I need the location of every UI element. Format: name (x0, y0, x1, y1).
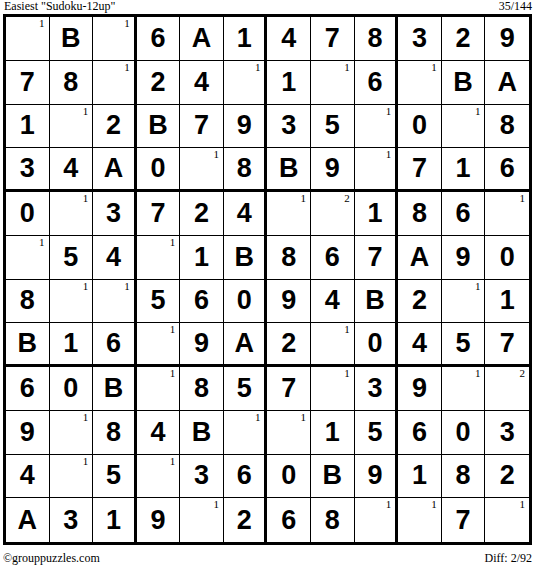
cell-r9c1[interactable]: 6 (6, 367, 50, 411)
cell-r7c3[interactable]: 1 (93, 280, 137, 324)
pencil-mark: 1 (519, 193, 525, 204)
cell-r10c6[interactable]: 1 (224, 411, 268, 455)
cell-r5c8[interactable]: 2 (311, 192, 355, 236)
pencil-mark: 1 (255, 62, 261, 73)
given-value: 2 (281, 330, 296, 357)
pencil-mark: 1 (301, 412, 307, 423)
cell-r10c5[interactable]: B (180, 411, 224, 455)
given-value: 6 (412, 419, 427, 446)
given-value: B (279, 155, 299, 182)
cell-r11c12[interactable]: 2 (485, 455, 529, 499)
cell-r1c3[interactable]: 1 (93, 17, 137, 61)
given-value: 8 (63, 69, 78, 96)
cell-r9c6[interactable]: 5 (224, 367, 268, 411)
cell-r3c8[interactable]: 5 (311, 105, 355, 149)
given-value: 4 (63, 155, 78, 182)
given-value: 9 (194, 330, 209, 357)
given-value: 6 (500, 155, 515, 182)
cell-r9c4[interactable]: 1 (137, 367, 181, 411)
given-value: 5 (456, 330, 471, 357)
given-value: B (234, 244, 254, 271)
cell-r6c10[interactable]: A (398, 236, 442, 280)
given-value: 2 (500, 462, 515, 489)
pencil-mark: 1 (83, 412, 89, 423)
given-value: A (192, 25, 212, 52)
cell-r1c6[interactable]: 1 (224, 17, 268, 61)
cell-r4c8[interactable]: 9 (311, 148, 355, 192)
cell-r9c7[interactable]: 7 (267, 367, 311, 411)
cell-r12c12[interactable]: 1 (485, 498, 529, 542)
cell-r8c2[interactable]: 1 (50, 323, 94, 367)
cell-r5c9[interactable]: 1 (355, 192, 399, 236)
given-value: 7 (151, 200, 166, 227)
given-value: 1 (456, 155, 471, 182)
given-value: 0 (151, 155, 166, 182)
pencil-mark: 1 (124, 62, 130, 73)
given-value: 5 (151, 287, 166, 314)
pencil-mark: 1 (386, 499, 392, 510)
given-value: 1 (367, 200, 382, 227)
cell-r11c10[interactable]: 1 (398, 455, 442, 499)
cell-r3c10[interactable]: 0 (398, 105, 442, 149)
cell-r1c12[interactable]: 9 (485, 17, 529, 61)
given-value: 9 (151, 507, 166, 534)
given-value: 6 (237, 462, 252, 489)
cell-r3c1[interactable]: 1 (6, 105, 50, 149)
pencil-mark: 2 (519, 368, 525, 379)
given-value: 0 (500, 244, 515, 271)
cell-r8c6[interactable]: A (224, 323, 268, 367)
cell-r3c2[interactable]: 1 (50, 105, 94, 149)
cell-r12c9[interactable]: 1 (355, 498, 399, 542)
cell-r11c6[interactable]: 6 (224, 455, 268, 499)
cell-r11c2[interactable]: 1 (50, 455, 94, 499)
given-value: 9 (367, 462, 382, 489)
cell-r5c11[interactable]: 6 (442, 192, 486, 236)
given-value: 0 (412, 112, 427, 139)
pencil-mark: 1 (301, 193, 307, 204)
given-value: 5 (367, 419, 382, 446)
given-value: 7 (367, 244, 382, 271)
given-value: B (148, 112, 168, 139)
cell-r8c4[interactable]: 1 (137, 323, 181, 367)
cell-r11c9[interactable]: 9 (355, 455, 399, 499)
cell-r1c2[interactable]: B (50, 17, 94, 61)
cell-r1c9[interactable]: 8 (355, 17, 399, 61)
pencil-mark: 1 (475, 281, 481, 292)
given-value: 6 (194, 287, 209, 314)
cell-r2c5[interactable]: 4 (180, 61, 224, 105)
pencil-mark: 1 (431, 62, 437, 73)
pencil-mark: 1 (344, 62, 350, 73)
pencil-mark: 1 (83, 106, 89, 117)
given-value: 1 (281, 69, 296, 96)
given-value: 3 (194, 462, 209, 489)
given-value: 7 (456, 507, 471, 534)
cell-r2c10[interactable]: 1 (398, 61, 442, 105)
given-value: 1 (63, 330, 78, 357)
cell-r2c9[interactable]: 6 (355, 61, 399, 105)
cell-r4c12[interactable]: 6 (485, 148, 529, 192)
cell-r8c8[interactable]: 1 (311, 323, 355, 367)
given-value: 1 (20, 112, 35, 139)
given-value: 7 (325, 25, 340, 52)
puzzle-counter: 35/144 (499, 0, 532, 14)
given-value: 6 (325, 244, 340, 271)
cell-r2c7[interactable]: 1 (267, 61, 311, 105)
cell-r2c6[interactable]: 1 (224, 61, 268, 105)
cell-r3c3[interactable]: 2 (93, 105, 137, 149)
cell-r11c7[interactable]: 0 (267, 455, 311, 499)
cell-r5c3[interactable]: 3 (93, 192, 137, 236)
given-value: A (104, 155, 124, 182)
given-value: 6 (106, 330, 121, 357)
given-value: 3 (367, 375, 382, 402)
given-value: 6 (281, 507, 296, 534)
cell-r2c8[interactable]: 1 (311, 61, 355, 105)
given-value: 6 (367, 69, 382, 96)
cell-r1c11[interactable]: 2 (442, 17, 486, 61)
cell-r4c10[interactable]: 7 (398, 148, 442, 192)
given-value: 3 (20, 155, 35, 182)
cell-r8c3[interactable]: 6 (93, 323, 137, 367)
pencil-mark: 1 (170, 368, 176, 379)
given-value: 9 (456, 244, 471, 271)
cell-r5c1[interactable]: 0 (6, 192, 50, 236)
pencil-mark: 1 (124, 18, 130, 29)
cell-r6c4[interactable]: 1 (137, 236, 181, 280)
cell-r3c12[interactable]: 8 (485, 105, 529, 149)
given-value: 6 (456, 200, 471, 227)
cell-r5c7[interactable]: 1 (267, 192, 311, 236)
given-value: 3 (281, 112, 296, 139)
cell-r7c10[interactable]: 2 (398, 280, 442, 324)
cell-r7c6[interactable]: 0 (224, 280, 268, 324)
cell-r9c8[interactable]: 1 (311, 367, 355, 411)
cell-r4c4[interactable]: 0 (137, 148, 181, 192)
cell-r8c12[interactable]: 7 (485, 323, 529, 367)
given-value: 4 (281, 25, 296, 52)
cell-r10c1[interactable]: 9 (6, 411, 50, 455)
cell-r6c1[interactable]: 1 (6, 236, 50, 280)
cell-r12c10[interactable]: 1 (398, 498, 442, 542)
cell-r7c12[interactable]: 1 (485, 280, 529, 324)
cell-r10c10[interactable]: 6 (398, 411, 442, 455)
cell-r2c3[interactable]: 1 (93, 61, 137, 105)
cell-r12c4[interactable]: 9 (137, 498, 181, 542)
cell-r12c7[interactable]: 6 (267, 498, 311, 542)
given-value: 1 (325, 419, 340, 446)
given-value: 1 (106, 507, 121, 534)
cell-r6c7[interactable]: 8 (267, 236, 311, 280)
given-value: 3 (63, 507, 78, 534)
cell-r7c2[interactable]: 1 (50, 280, 94, 324)
pencil-mark: 1 (255, 412, 261, 423)
cell-r6c3[interactable]: 4 (93, 236, 137, 280)
cell-r9c5[interactable]: 8 (180, 367, 224, 411)
pencil-mark: 1 (431, 499, 437, 510)
given-value: 6 (20, 375, 35, 402)
cell-r10c8[interactable]: 1 (311, 411, 355, 455)
given-value: 8 (500, 112, 515, 139)
given-value: 0 (237, 287, 252, 314)
cell-r8c5[interactable]: 9 (180, 323, 224, 367)
pencil-mark: 1 (83, 281, 89, 292)
given-value: 9 (237, 112, 252, 139)
given-value: 1 (412, 462, 427, 489)
pencil-mark: 1 (39, 18, 45, 29)
cell-r7c8[interactable]: 4 (311, 280, 355, 324)
pencil-mark: 1 (386, 106, 392, 117)
cell-r4c6[interactable]: 8 (224, 148, 268, 192)
cell-r11c4[interactable]: 1 (137, 455, 181, 499)
given-value: 7 (281, 375, 296, 402)
cell-r7c4[interactable]: 5 (137, 280, 181, 324)
given-value: 7 (20, 69, 35, 96)
cell-r11c3[interactable]: 5 (93, 455, 137, 499)
cell-r3c11[interactable]: 1 (442, 105, 486, 149)
cell-r2c4[interactable]: 2 (137, 61, 181, 105)
cell-r12c8[interactable]: 8 (311, 498, 355, 542)
given-value: 0 (367, 330, 382, 357)
given-value: 9 (500, 25, 515, 52)
cell-r5c10[interactable]: 8 (398, 192, 442, 236)
cell-r1c7[interactable]: 4 (267, 17, 311, 61)
given-value: 4 (151, 419, 166, 446)
cell-r8c7[interactable]: 2 (267, 323, 311, 367)
given-value: 8 (281, 244, 296, 271)
cell-r7c5[interactable]: 6 (180, 280, 224, 324)
cell-r4c5[interactable]: 1 (180, 148, 224, 192)
given-value: 8 (20, 287, 35, 314)
cell-r4c9[interactable]: 1 (355, 148, 399, 192)
cell-r2c11[interactable]: B (442, 61, 486, 105)
given-value: B (61, 25, 81, 52)
given-value: 4 (20, 462, 35, 489)
pencil-mark: 1 (170, 324, 176, 335)
cell-r11c1[interactable]: 4 (6, 455, 50, 499)
cell-r3c6[interactable]: 9 (224, 105, 268, 149)
cell-r6c2[interactable]: 5 (50, 236, 94, 280)
given-value: 5 (106, 462, 121, 489)
given-value: 9 (281, 287, 296, 314)
cell-r10c2[interactable]: 1 (50, 411, 94, 455)
given-value: B (192, 419, 212, 446)
cell-r4c11[interactable]: 1 (442, 148, 486, 192)
cell-r11c8[interactable]: B (311, 455, 355, 499)
cell-r10c7[interactable]: 1 (267, 411, 311, 455)
cell-r5c6[interactable]: 4 (224, 192, 268, 236)
given-value: 4 (106, 244, 121, 271)
cell-r5c12[interactable]: 1 (485, 192, 529, 236)
given-value: 7 (500, 330, 515, 357)
pencil-mark: 1 (344, 368, 350, 379)
given-value: 9 (412, 375, 427, 402)
given-value: 2 (237, 507, 252, 534)
cell-r9c2[interactable]: 0 (50, 367, 94, 411)
given-value: 8 (325, 507, 340, 534)
given-value: A (234, 330, 254, 357)
given-value: 4 (194, 69, 209, 96)
given-value: 8 (456, 462, 471, 489)
given-value: B (104, 375, 124, 402)
cell-r4c3[interactable]: A (93, 148, 137, 192)
given-value: A (18, 507, 38, 534)
cell-r9c9[interactable]: 3 (355, 367, 399, 411)
pencil-mark: 1 (170, 456, 176, 467)
cell-r11c5[interactable]: 3 (180, 455, 224, 499)
cell-r2c12[interactable]: A (485, 61, 529, 105)
copyright: ©grouppuzzles.com (3, 551, 100, 566)
cell-r6c8[interactable]: 6 (311, 236, 355, 280)
cell-r1c5[interactable]: A (180, 17, 224, 61)
sudoku-grid: 1B16A14783297812411161BA112B7935101834A0… (3, 14, 532, 545)
pencil-mark: 1 (475, 368, 481, 379)
cell-r10c9[interactable]: 5 (355, 411, 399, 455)
cell-r7c9[interactable]: B (355, 280, 399, 324)
cell-r7c7[interactable]: 9 (267, 280, 311, 324)
cell-r3c4[interactable]: B (137, 105, 181, 149)
given-value: 3 (106, 200, 121, 227)
given-value: 5 (237, 375, 252, 402)
given-value: 2 (412, 287, 427, 314)
given-value: 5 (63, 244, 78, 271)
given-value: 8 (367, 25, 382, 52)
pencil-mark: 1 (39, 237, 45, 248)
given-value: B (323, 462, 343, 489)
pencil-mark: 1 (83, 193, 89, 204)
cell-r4c7[interactable]: B (267, 148, 311, 192)
cell-r3c7[interactable]: 3 (267, 105, 311, 149)
pencil-mark: 1 (475, 106, 481, 117)
given-value: 8 (106, 419, 121, 446)
given-value: 8 (194, 375, 209, 402)
cell-r8c11[interactable]: 5 (442, 323, 486, 367)
given-value: 2 (456, 25, 471, 52)
given-value: 4 (325, 287, 340, 314)
given-value: 2 (194, 200, 209, 227)
given-value: 9 (325, 155, 340, 182)
pencil-mark: 1 (213, 499, 219, 510)
pencil-mark: 1 (170, 237, 176, 248)
given-value: 4 (412, 330, 427, 357)
given-value: 1 (500, 287, 515, 314)
given-value: B (18, 330, 38, 357)
pencil-mark: 1 (519, 499, 525, 510)
cell-r12c11[interactable]: 7 (442, 498, 486, 542)
cell-r5c4[interactable]: 7 (137, 192, 181, 236)
pencil-mark: 2 (344, 193, 350, 204)
given-value: 2 (151, 69, 166, 96)
cell-r10c11[interactable]: 0 (442, 411, 486, 455)
pencil-mark: 1 (213, 149, 219, 160)
cell-r1c1[interactable]: 1 (6, 17, 50, 61)
cell-r5c2[interactable]: 1 (50, 192, 94, 236)
cell-r8c1[interactable]: B (6, 323, 50, 367)
pencil-mark: 1 (83, 456, 89, 467)
given-value: A (410, 244, 430, 271)
cell-r6c5[interactable]: 1 (180, 236, 224, 280)
cell-r12c1[interactable]: A (6, 498, 50, 542)
cell-r12c3[interactable]: 1 (93, 498, 137, 542)
cell-r4c2[interactable]: 4 (50, 148, 94, 192)
cell-r9c11[interactable]: 1 (442, 367, 486, 411)
cell-r6c11[interactable]: 9 (442, 236, 486, 280)
cell-r7c1[interactable]: 8 (6, 280, 50, 324)
cell-r10c4[interactable]: 4 (137, 411, 181, 455)
cell-r12c6[interactable]: 2 (224, 498, 268, 542)
given-value: 1 (194, 244, 209, 271)
cell-r2c1[interactable]: 7 (6, 61, 50, 105)
cell-r10c3[interactable]: 8 (93, 411, 137, 455)
cell-r1c8[interactable]: 7 (311, 17, 355, 61)
pencil-mark: 1 (386, 149, 392, 160)
cell-r7c11[interactable]: 1 (442, 280, 486, 324)
given-value: 3 (500, 419, 515, 446)
cell-r9c12[interactable]: 2 (485, 367, 529, 411)
cell-r1c4[interactable]: 6 (137, 17, 181, 61)
given-value: 6 (151, 25, 166, 52)
given-value: 5 (325, 112, 340, 139)
given-value: A (497, 69, 517, 96)
pencil-mark: 1 (124, 281, 130, 292)
given-value: 7 (194, 112, 209, 139)
cell-r12c2[interactable]: 3 (50, 498, 94, 542)
given-value: 0 (20, 200, 35, 227)
cell-r1c10[interactable]: 3 (398, 17, 442, 61)
given-value: 9 (20, 419, 35, 446)
cell-r8c9[interactable]: 0 (355, 323, 399, 367)
cell-r6c12[interactable]: 0 (485, 236, 529, 280)
cell-r12c5[interactable]: 1 (180, 498, 224, 542)
cell-r3c9[interactable]: 1 (355, 105, 399, 149)
given-value: 8 (237, 155, 252, 182)
cell-r11c11[interactable]: 8 (442, 455, 486, 499)
given-value: 0 (63, 375, 78, 402)
given-value: 7 (412, 155, 427, 182)
page-title: Easiest "Sudoku-12up" (4, 0, 115, 14)
cell-r9c10[interactable]: 9 (398, 367, 442, 411)
cell-r3c5[interactable]: 7 (180, 105, 224, 149)
cell-r10c12[interactable]: 3 (485, 411, 529, 455)
cell-r4c1[interactable]: 3 (6, 148, 50, 192)
cell-r9c3[interactable]: B (93, 367, 137, 411)
cell-r2c2[interactable]: 8 (50, 61, 94, 105)
given-value: 3 (412, 25, 427, 52)
difficulty: Diff: 2/92 (485, 551, 532, 566)
cell-r6c9[interactable]: 7 (355, 236, 399, 280)
given-value: 1 (237, 25, 252, 52)
given-value: B (453, 69, 473, 96)
given-value: B (365, 287, 385, 314)
given-value: 0 (281, 462, 296, 489)
given-value: 4 (237, 200, 252, 227)
cell-r8c10[interactable]: 4 (398, 323, 442, 367)
given-value: 2 (106, 112, 121, 139)
pencil-mark: 1 (344, 324, 350, 335)
cell-r6c6[interactable]: B (224, 236, 268, 280)
cell-r5c5[interactable]: 2 (180, 192, 224, 236)
given-value: 8 (412, 200, 427, 227)
given-value: 0 (456, 419, 471, 446)
